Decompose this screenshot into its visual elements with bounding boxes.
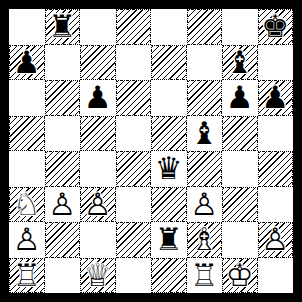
piece-white-rook: ♜♖	[187, 258, 223, 294]
piece-outline-layer: ♙	[187, 187, 223, 223]
chess-diagram-frame: ♜♚♟♝♟♟♟♝♛♞♘♟♙♟♙♟♙♟♙♜♝♗♟♙♜♖♛♕♜♖♚♔	[0, 0, 302, 302]
piece-white-pawn: ♟♙	[81, 188, 115, 222]
square-e5[interactable]	[151, 116, 187, 152]
square-d1[interactable]	[116, 258, 152, 294]
square-c3[interactable]: ♟♙	[80, 187, 116, 223]
square-c7[interactable]	[80, 45, 116, 81]
square-g3[interactable]	[222, 187, 258, 223]
square-a6[interactable]	[9, 80, 45, 116]
square-e1[interactable]	[151, 258, 187, 294]
square-h5[interactable]	[258, 116, 294, 152]
piece-outline-layer: ♕	[81, 259, 115, 293]
square-g7[interactable]: ♝	[222, 45, 258, 81]
piece-white-pawn: ♟♙	[45, 187, 81, 223]
square-b5[interactable]	[45, 116, 81, 152]
square-d8[interactable]	[116, 9, 152, 45]
piece-solid-layer: ♟	[10, 46, 44, 80]
piece-solid-layer: ♛	[151, 151, 187, 187]
square-d7[interactable]	[116, 45, 152, 81]
square-b2[interactable]	[45, 222, 81, 258]
square-g4[interactable]	[222, 151, 258, 187]
square-c8[interactable]	[80, 9, 116, 45]
piece-black-king: ♚	[259, 10, 293, 44]
piece-black-rook: ♜	[46, 10, 80, 44]
square-d4[interactable]	[116, 151, 152, 187]
piece-solid-layer: ♝	[223, 46, 257, 80]
piece-white-king: ♚♔	[223, 259, 257, 293]
square-a8[interactable]	[9, 9, 45, 45]
square-c5[interactable]	[80, 116, 116, 152]
square-h3[interactable]	[258, 187, 294, 223]
piece-white-bishop: ♝♗	[188, 223, 222, 257]
piece-black-queen: ♛	[151, 151, 187, 187]
piece-black-rook: ♜	[151, 222, 187, 258]
square-e3[interactable]	[151, 187, 187, 223]
square-h2[interactable]: ♟♙	[258, 222, 294, 258]
square-g6[interactable]: ♟	[222, 80, 258, 116]
piece-white-pawn: ♟♙	[187, 187, 223, 223]
square-e8[interactable]	[151, 9, 187, 45]
piece-solid-layer: ♜	[46, 10, 80, 44]
piece-black-bishop: ♝	[187, 116, 223, 152]
square-d5[interactable]	[116, 116, 152, 152]
piece-black-pawn: ♟	[222, 80, 258, 116]
square-d6[interactable]	[116, 80, 152, 116]
piece-black-pawn: ♟	[10, 46, 44, 80]
square-g8[interactable]	[222, 9, 258, 45]
square-b4[interactable]	[45, 151, 81, 187]
piece-black-bishop: ♝	[223, 46, 257, 80]
square-b6[interactable]	[45, 80, 81, 116]
piece-white-pawn: ♟♙	[259, 223, 293, 257]
piece-white-queen: ♛♕	[81, 259, 115, 293]
piece-black-pawn: ♟	[259, 81, 293, 115]
piece-outline-layer: ♖	[10, 259, 44, 293]
square-f7[interactable]	[187, 45, 223, 81]
piece-outline-layer: ♔	[223, 259, 257, 293]
piece-solid-layer: ♜	[151, 222, 187, 258]
square-a1[interactable]: ♜♖	[9, 258, 45, 294]
piece-solid-layer: ♟	[259, 81, 293, 115]
piece-white-knight: ♞♘	[10, 188, 44, 222]
square-f2[interactable]: ♝♗	[187, 222, 223, 258]
square-a7[interactable]: ♟	[9, 45, 45, 81]
square-f3[interactable]: ♟♙	[187, 187, 223, 223]
piece-outline-layer: ♗	[188, 223, 222, 257]
square-c1[interactable]: ♛♕	[80, 258, 116, 294]
piece-outline-layer: ♖	[187, 258, 223, 294]
piece-solid-layer: ♟	[80, 80, 116, 116]
piece-outline-layer: ♘	[10, 188, 44, 222]
square-h7[interactable]	[258, 45, 294, 81]
piece-white-pawn: ♟♙	[9, 222, 45, 258]
square-c6[interactable]: ♟	[80, 80, 116, 116]
square-f5[interactable]: ♝	[187, 116, 223, 152]
square-a2[interactable]: ♟♙	[9, 222, 45, 258]
square-g1[interactable]: ♚♔	[222, 258, 258, 294]
square-f4[interactable]	[187, 151, 223, 187]
square-f8[interactable]	[187, 9, 223, 45]
piece-solid-layer: ♟	[222, 80, 258, 116]
square-b8[interactable]: ♜	[45, 9, 81, 45]
piece-outline-layer: ♙	[259, 223, 293, 257]
piece-white-rook: ♜♖	[10, 259, 44, 293]
square-b7[interactable]	[45, 45, 81, 81]
square-g5[interactable]	[222, 116, 258, 152]
piece-black-pawn: ♟	[80, 80, 116, 116]
square-e2[interactable]: ♜	[151, 222, 187, 258]
square-d3[interactable]	[116, 187, 152, 223]
piece-outline-layer: ♙	[9, 222, 45, 258]
square-f1[interactable]: ♜♖	[187, 258, 223, 294]
square-b3[interactable]: ♟♙	[45, 187, 81, 223]
piece-solid-layer: ♝	[187, 116, 223, 152]
square-h1[interactable]	[258, 258, 294, 294]
square-h6[interactable]: ♟	[258, 80, 294, 116]
piece-outline-layer: ♙	[45, 187, 81, 223]
chess-board: ♜♚♟♝♟♟♟♝♛♞♘♟♙♟♙♟♙♟♙♜♝♗♟♙♜♖♛♕♜♖♚♔	[9, 9, 293, 293]
square-c2[interactable]	[80, 222, 116, 258]
square-a3[interactable]: ♞♘	[9, 187, 45, 223]
square-e4[interactable]: ♛	[151, 151, 187, 187]
square-d2[interactable]	[116, 222, 152, 258]
square-a4[interactable]	[9, 151, 45, 187]
square-a5[interactable]	[9, 116, 45, 152]
square-f6[interactable]	[187, 80, 223, 116]
square-c4[interactable]	[80, 151, 116, 187]
square-e6[interactable]	[151, 80, 187, 116]
square-h8[interactable]: ♚	[258, 9, 294, 45]
piece-solid-layer: ♚	[259, 10, 293, 44]
square-e7[interactable]	[151, 45, 187, 81]
square-g2[interactable]	[222, 222, 258, 258]
square-b1[interactable]	[45, 258, 81, 294]
piece-outline-layer: ♙	[81, 188, 115, 222]
square-h4[interactable]	[258, 151, 294, 187]
